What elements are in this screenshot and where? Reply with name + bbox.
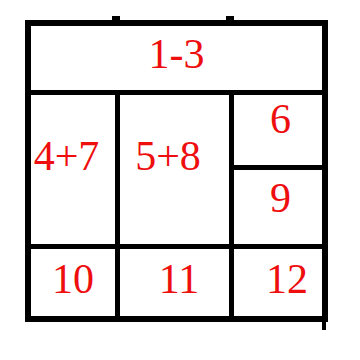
region-label-12: 12 (266, 258, 308, 300)
scan-tick-bottom-right (322, 320, 326, 330)
region-cell-11: 11 (120, 249, 229, 316)
region-label-4-7: 4+7 (34, 135, 100, 177)
region-cell-4-7: 4+7 (31, 95, 115, 244)
region-cell-1-3: 1-3 (31, 26, 322, 90)
region-label-5-8: 5+8 (135, 135, 201, 177)
puzzle-board: 1-3 4+7 5+8 6 9 10 11 12 (25, 20, 328, 322)
region-cell-5-8: 5+8 (120, 95, 229, 244)
region-label-9: 9 (270, 177, 291, 219)
region-label-10: 10 (52, 258, 94, 300)
region-cell-12: 12 (234, 249, 322, 316)
region-label-11: 11 (159, 258, 199, 300)
page: 1-3 4+7 5+8 6 9 10 11 12 (0, 0, 360, 360)
region-cell-9: 9 (234, 170, 322, 244)
region-cell-6: 6 (234, 95, 322, 165)
region-label-1-3: 1-3 (149, 33, 205, 75)
region-label-6: 6 (270, 98, 291, 140)
scan-tick-top-divider-1 (112, 16, 120, 21)
scan-tick-top-divider-2 (226, 16, 234, 21)
region-cell-10: 10 (31, 249, 115, 316)
